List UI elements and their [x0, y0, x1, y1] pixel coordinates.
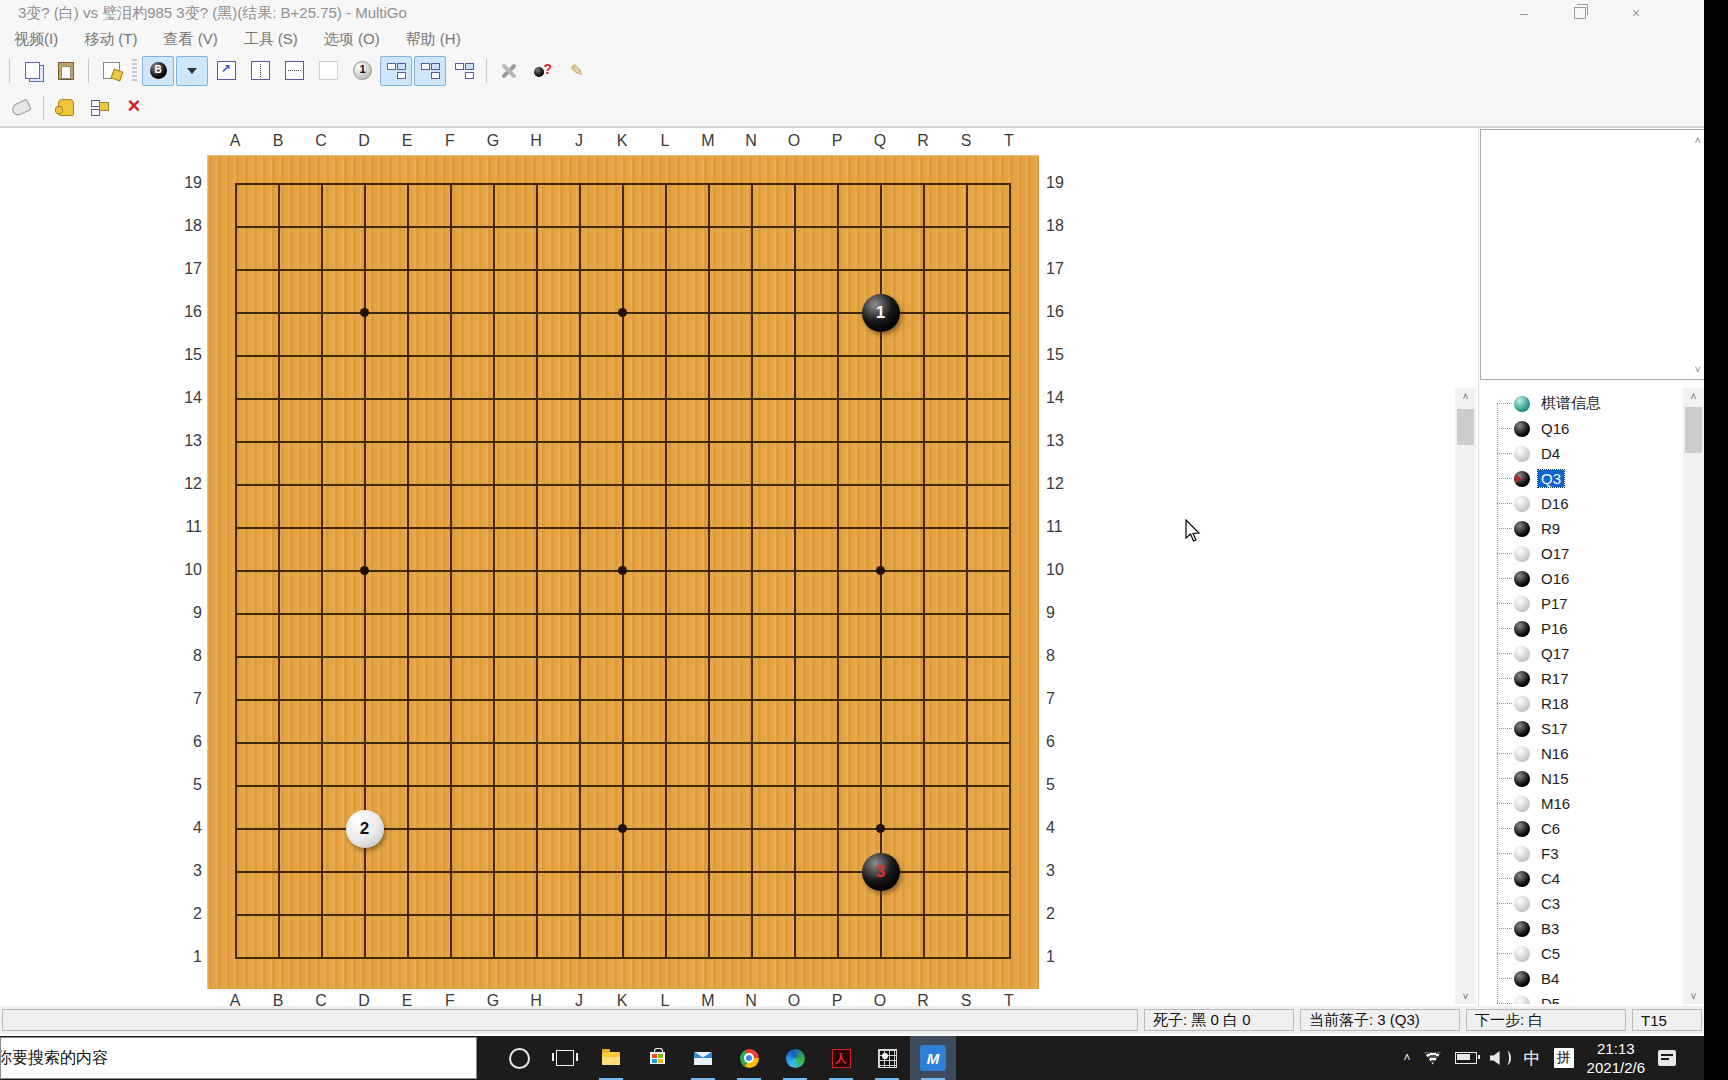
tree-scrollbar[interactable]: ˄ ˅ [1683, 388, 1704, 1004]
pane-divider [1478, 128, 1479, 1007]
row-label-left-11: 11 [168, 518, 202, 536]
tree-move-label: Q3 [1538, 470, 1564, 487]
tree-layout-1-icon [387, 63, 405, 79]
row-label-right-8: 8 [1046, 647, 1080, 665]
taskbar-edge-button[interactable] [772, 1036, 818, 1080]
move-tree-pane: 棋谱信息Q16D4Q3D16R9O17O16P17P16Q17R17R18S17… [1480, 389, 1680, 1004]
black-stone-icon [1514, 871, 1530, 887]
black-stone-icon [1514, 921, 1530, 937]
tree-move-row-16[interactable]: M16 [1480, 791, 1680, 816]
row-label-left-19: 19 [168, 174, 202, 192]
column-label-top-R: R [911, 132, 935, 150]
file-explorer-icon [602, 1052, 620, 1065]
tree-move-label: S17 [1538, 720, 1571, 737]
black-stone-icon [1514, 971, 1530, 987]
toolbar-separator [43, 96, 44, 120]
tree-move-label: C6 [1538, 820, 1563, 837]
tree-move-row-8[interactable]: P17 [1480, 591, 1680, 616]
column-label-top-S: S [954, 132, 978, 150]
toolbar-grip [132, 59, 137, 83]
toolbar-black-stone-mode-button[interactable] [142, 56, 174, 86]
go-board[interactable]: 123 [207, 155, 1039, 989]
menu-item-2[interactable]: 移动 (T) [84, 30, 137, 49]
goto-move-icon [217, 61, 236, 80]
move-number-icon [353, 61, 372, 80]
scroll-up-icon[interactable]: ˄ [1455, 388, 1476, 404]
tree-move-label: D4 [1538, 445, 1563, 462]
row-label-right-5: 5 [1046, 776, 1080, 794]
stone-white-D4[interactable]: 2 [346, 810, 384, 848]
paste-icon [58, 62, 74, 80]
white-stone-icon [1514, 496, 1530, 512]
black-stone-icon [1514, 621, 1530, 637]
tree-move-row-10[interactable]: Q17 [1480, 641, 1680, 666]
properties-icon [103, 62, 120, 79]
column-label-top-T: T [997, 132, 1021, 150]
row-label-left-5: 5 [168, 776, 202, 794]
star-point-K4 [618, 824, 627, 833]
stone-move-number: 2 [360, 819, 369, 839]
ime-pinyin-indicator[interactable]: 拼 [1554, 1048, 1574, 1068]
row-label-right-19: 19 [1046, 174, 1080, 192]
tree-move-label: C5 [1538, 945, 1563, 962]
column-label-top-L: L [653, 132, 677, 150]
star-point-Q4 [876, 824, 885, 833]
go-app-icon [878, 1049, 897, 1068]
toolbar-tree-layout-1-button[interactable] [380, 56, 412, 86]
minimize-button[interactable]: – [1496, 0, 1552, 26]
tree-move-row-5[interactable]: R9 [1480, 516, 1680, 541]
row-label-left-1: 1 [168, 948, 202, 966]
tree-move-row-22[interactable]: C5 [1480, 941, 1680, 966]
white-stone-icon [1514, 896, 1530, 912]
column-label-top-A: A [223, 132, 247, 150]
tree-move-row-7[interactable]: O16 [1480, 566, 1680, 591]
row-label-left-18: 18 [168, 217, 202, 235]
row-label-right-2: 2 [1046, 905, 1080, 923]
tree-move-label: C3 [1538, 895, 1563, 912]
black-stone-icon [1514, 721, 1530, 737]
column-label-top-D: D [352, 132, 376, 150]
star-point-K16 [618, 308, 627, 317]
tree-move-row-21[interactable]: B3 [1480, 916, 1680, 941]
taskbar-mail-button[interactable] [680, 1036, 726, 1080]
tree-move-label: M16 [1538, 795, 1573, 812]
tree-move-row-20[interactable]: C3 [1480, 891, 1680, 916]
empty-box-icon [319, 61, 338, 80]
clock-date: 2021/2/6 [1587, 1058, 1645, 1077]
star-point-Q10 [876, 566, 885, 575]
row-label-right-13: 13 [1046, 432, 1080, 450]
toolbar-tree-layout-3-button[interactable] [448, 56, 480, 86]
row-label-right-10: 10 [1046, 561, 1080, 579]
toolbar-copy-button[interactable] [16, 56, 48, 86]
star-point-D10 [360, 566, 369, 575]
black-stone-mode-icon [150, 62, 167, 79]
tree-layout-3-icon [455, 63, 473, 79]
current-move-mark [1515, 475, 1522, 484]
column-label-top-M: M [696, 132, 720, 150]
row-label-right-15: 15 [1046, 346, 1080, 364]
volume-icon[interactable] [1490, 1051, 1500, 1065]
row-label-right-18: 18 [1046, 217, 1080, 235]
toolbar-main [0, 52, 1708, 89]
tree-move-label: R9 [1538, 520, 1563, 537]
row-label-right-14: 14 [1046, 389, 1080, 407]
row-label-left-3: 3 [168, 862, 202, 880]
white-stone-icon [1514, 546, 1530, 562]
status-next-move: 下一步: 白 [1466, 1009, 1626, 1031]
tree-move-row-3[interactable]: Q3 [1480, 466, 1680, 491]
game-info-icon [1514, 396, 1530, 412]
split-vertical-icon [251, 61, 270, 80]
column-label-top-G: G [481, 132, 505, 150]
battery-icon[interactable] [1455, 1052, 1477, 1064]
comment-box[interactable]: ˄ ˅ [1480, 129, 1706, 380]
tree-move-row-19[interactable]: C4 [1480, 866, 1680, 891]
acrobat-icon: 人 [832, 1049, 851, 1068]
volume-wave-icon [1503, 1051, 1511, 1065]
tree-move-row-4[interactable]: D16 [1480, 491, 1680, 516]
toolbar-separator [88, 59, 89, 83]
white-stone-icon [1514, 746, 1530, 762]
guess-icon [534, 63, 552, 79]
tree-move-label: R18 [1538, 695, 1572, 712]
tree-move-row-11[interactable]: R17 [1480, 666, 1680, 691]
white-stone-icon [1514, 446, 1530, 462]
column-label-top-Q: Q [868, 132, 892, 150]
column-label-top-K: K [610, 132, 634, 150]
restore-button[interactable] [1552, 0, 1608, 26]
white-stone-icon [1514, 696, 1530, 712]
row-label-right-4: 4 [1046, 819, 1080, 837]
pen-icon [570, 61, 583, 80]
tree-move-label: D16 [1538, 495, 1572, 512]
star-point-D16 [360, 308, 369, 317]
black-stone-icon [1514, 821, 1530, 837]
stone-black-Q16[interactable]: 1 [862, 294, 900, 332]
row-label-left-13: 13 [168, 432, 202, 450]
menu-item-3[interactable]: 查看 (V) [164, 30, 218, 49]
eraser-icon [10, 98, 31, 116]
toolbar-separator [486, 59, 487, 83]
column-label-top-F: F [438, 132, 462, 150]
tree-move-label: Q17 [1538, 645, 1572, 662]
chrome-icon [740, 1049, 759, 1068]
status-hint [2, 1009, 1138, 1031]
tree-move-label: D5 [1538, 995, 1563, 1004]
hand-icon [58, 99, 74, 116]
row-label-right-6: 6 [1046, 733, 1080, 751]
row-label-right-3: 3 [1046, 862, 1080, 880]
toolbar-properties-button[interactable] [95, 56, 127, 86]
toolbar-empty-box-button[interactable] [312, 56, 344, 86]
comment-scroll-down-icon[interactable]: ˅ [1695, 363, 1701, 375]
column-label-top-P: P [825, 132, 849, 150]
comment-scroll-up-icon[interactable]: ˄ [1695, 134, 1701, 146]
scroll-down-icon[interactable]: ˅ [1683, 988, 1704, 1004]
row-label-left-12: 12 [168, 475, 202, 493]
clock-time: 21:13 [1587, 1039, 1645, 1058]
black-stone-icon [1514, 671, 1530, 687]
menu-item-4[interactable]: 工具 (S) [244, 30, 298, 49]
tree-move-label: R17 [1538, 670, 1572, 687]
toolbar-insert-node-button[interactable] [84, 93, 116, 123]
row-label-right-1: 1 [1046, 948, 1080, 966]
screen: 3变? (白) vs 璧泪杓985 3变? (黑)(结果: B+25.75) -… [0, 0, 1728, 1080]
taskbar-task-view-button[interactable] [542, 1036, 588, 1080]
black-stone-icon [1514, 571, 1530, 587]
taskbar-apps: 人M [496, 1036, 956, 1080]
tree-move-row-14[interactable]: N16 [1480, 741, 1680, 766]
white-stone-icon [1514, 796, 1530, 812]
menu-item-6[interactable]: 帮助 (H) [406, 30, 461, 49]
hidden-icons-icon[interactable]: ˄ [1404, 1051, 1411, 1065]
row-label-left-2: 2 [168, 905, 202, 923]
row-label-right-17: 17 [1046, 260, 1080, 278]
window-title: 3变? (白) vs 璧泪杓985 3变? (黑)(结果: B+25.75) -… [18, 4, 407, 23]
multigo-icon: M [920, 1045, 946, 1071]
row-label-left-14: 14 [168, 389, 202, 407]
tree-move-row-12[interactable]: R18 [1480, 691, 1680, 716]
row-label-left-15: 15 [168, 346, 202, 364]
taskbar-multigo-button[interactable]: M [910, 1036, 956, 1080]
board-pane-scrollbar[interactable]: ˄ ˅ [1455, 388, 1476, 1004]
black-stone-icon [1514, 421, 1530, 437]
toolbar-split-horizontal-button[interactable] [278, 56, 310, 86]
taskbar-microsoft-store-button[interactable] [634, 1036, 680, 1080]
row-label-left-6: 6 [168, 733, 202, 751]
minimize-icon: – [1520, 5, 1528, 21]
tree-move-label: F3 [1538, 845, 1562, 862]
tree-move-row-18[interactable]: F3 [1480, 841, 1680, 866]
ime-language-indicator[interactable]: 中 [1524, 1047, 1541, 1070]
column-label-top-B: B [266, 132, 290, 150]
toolbar-goto-move-button[interactable] [210, 56, 242, 86]
tree-move-label: N16 [1538, 745, 1572, 762]
row-label-left-4: 4 [168, 819, 202, 837]
tree-move-label: B4 [1538, 970, 1562, 987]
toolbar-mode-dropdown-button[interactable] [176, 56, 208, 86]
taskbar: 你要搜索的内容 人M ˄ 中 拼 21:13 2021/2/6 [0, 1036, 1704, 1080]
status-bar: 死子: 黑 0 白 0当前落子: 3 (Q3)下一步: 白T15 [0, 1006, 1704, 1034]
row-label-right-11: 11 [1046, 518, 1080, 536]
taskbar-go-app-button[interactable] [864, 1036, 910, 1080]
tree-root-label: 棋谱信息 [1538, 394, 1604, 413]
scrollbar-thumb[interactable] [1457, 409, 1474, 445]
star-point-K10 [618, 566, 627, 575]
tree-move-label: B3 [1538, 920, 1562, 937]
copy-icon [25, 62, 40, 79]
column-label-top-O: O [782, 132, 806, 150]
tree-move-label: N15 [1538, 770, 1572, 787]
row-label-left-16: 16 [168, 303, 202, 321]
column-label-top-J: J [567, 132, 591, 150]
search-placeholder: 你要搜索的内容 [0, 1048, 108, 1069]
white-stone-icon [1514, 946, 1530, 962]
row-label-right-9: 9 [1046, 604, 1080, 622]
toolbar-paste-button[interactable] [50, 56, 82, 86]
tree-move-label: O16 [1538, 570, 1572, 587]
white-stone-icon [1514, 646, 1530, 662]
screen-black-edge [1704, 0, 1728, 1080]
tree-move-row-23[interactable]: B4 [1480, 966, 1680, 991]
delete-icon [128, 99, 141, 117]
taskbar-file-explorer-button[interactable] [588, 1036, 634, 1080]
system-tray: ˄ 中 拼 21:13 2021/2/6 [1404, 1036, 1676, 1080]
wifi-icon[interactable] [1424, 1052, 1442, 1065]
title-bar: 3变? (白) vs 璧泪杓985 3变? (黑)(结果: B+25.75) -… [0, 0, 1704, 26]
tree-move-label: P16 [1538, 620, 1571, 637]
row-label-left-9: 9 [168, 604, 202, 622]
microsoft-store-icon [650, 1052, 665, 1064]
tree-move-row-13[interactable]: S17 [1480, 716, 1680, 741]
taskbar-acrobat-button[interactable]: 人 [818, 1036, 864, 1080]
toolbar-tree-layout-2-button[interactable] [414, 56, 446, 86]
close-icon: × [1632, 5, 1640, 21]
insert-node-icon [91, 100, 109, 116]
row-label-left-17: 17 [168, 260, 202, 278]
taskbar-search-box[interactable]: 你要搜索的内容 [0, 1037, 477, 1079]
row-label-left-7: 7 [168, 690, 202, 708]
edge-icon [786, 1049, 805, 1068]
toolbar-move-number-button[interactable] [346, 56, 378, 86]
column-label-top-C: C [309, 132, 333, 150]
menu-item-1[interactable]: 视频(I) [14, 30, 58, 49]
scroll-down-icon[interactable]: ˅ [1455, 988, 1476, 1004]
stone-grid: 123 [214, 162, 1031, 979]
white-stone-icon [1514, 596, 1530, 612]
window-controls: – × [1496, 0, 1664, 26]
mode-dropdown-icon [187, 68, 197, 74]
cortana-icon [509, 1048, 530, 1069]
tree-move-row-1[interactable]: Q16 [1480, 416, 1680, 441]
status-captures: 死子: 黑 0 白 0 [1144, 1009, 1294, 1031]
white-stone-icon [1514, 846, 1530, 862]
tree-move-label: O17 [1538, 545, 1572, 562]
toolbar-tools-button[interactable] [493, 56, 525, 86]
status-current-move: 当前落子: 3 (Q3) [1300, 1009, 1460, 1031]
row-label-left-8: 8 [168, 647, 202, 665]
toolbar-delete-button[interactable] [118, 93, 150, 123]
scroll-up-icon[interactable]: ˄ [1683, 388, 1704, 404]
stone-black-Q3[interactable]: 3 [862, 853, 900, 891]
toolbar-eraser-button[interactable] [5, 93, 37, 123]
tree-move-label: Q16 [1538, 420, 1572, 437]
clock[interactable]: 21:13 2021/2/6 [1587, 1039, 1645, 1077]
task-view-icon [556, 1050, 574, 1066]
tree-move-row-9[interactable]: P16 [1480, 616, 1680, 641]
taskbar-chrome-button[interactable] [726, 1036, 772, 1080]
stone-move-number: 1 [876, 303, 885, 323]
tree-move-row-17[interactable]: C6 [1480, 816, 1680, 841]
tree-move-row-6[interactable]: O17 [1480, 541, 1680, 566]
toolbar-edit [0, 89, 1708, 127]
tree-root-row[interactable]: 棋谱信息 [1480, 391, 1680, 416]
row-label-right-16: 16 [1046, 303, 1080, 321]
column-label-top-E: E [395, 132, 419, 150]
stone-move-number: 3 [876, 862, 885, 882]
black-stone-icon [1514, 471, 1530, 487]
toolbar-guess-button[interactable] [527, 56, 559, 86]
tree-move-row-24[interactable]: D5 [1480, 991, 1680, 1004]
action-center-icon[interactable] [1658, 1050, 1676, 1066]
toolbar-pen-button[interactable] [561, 56, 593, 86]
menu-bar: 视频(I)移动 (T)查看 (V)工具 (S)选项 (O)帮助 (H) [0, 26, 1718, 52]
tools-icon [500, 63, 518, 79]
restore-icon [1574, 7, 1586, 19]
status-hover-coord: T15 [1632, 1009, 1702, 1031]
close-button[interactable]: × [1608, 0, 1664, 26]
column-label-top-N: N [739, 132, 763, 150]
mail-icon [694, 1052, 712, 1065]
menu-item-5[interactable]: 选项 (O) [324, 30, 380, 49]
toolbar-separator [9, 59, 10, 83]
tree-move-label: C4 [1538, 870, 1563, 887]
white-stone-icon [1514, 996, 1530, 1005]
column-label-top-H: H [524, 132, 548, 150]
scrollbar-thumb[interactable] [1685, 407, 1702, 453]
tree-move-label: P17 [1538, 595, 1571, 612]
toolbar-hand-button[interactable] [50, 93, 82, 123]
toolbar-split-vertical-button[interactable] [244, 56, 276, 86]
mouse-cursor [1185, 519, 1201, 543]
client-area: 123 AABBCCDDEEFFGGHHJJKKLLMMNNOOPPQQRRSS… [0, 127, 1704, 1007]
black-stone-icon [1514, 771, 1530, 787]
tree-move-row-15[interactable]: N15 [1480, 766, 1680, 791]
row-label-right-12: 12 [1046, 475, 1080, 493]
row-label-left-10: 10 [168, 561, 202, 579]
tree-move-row-2[interactable]: D4 [1480, 441, 1680, 466]
tree-layout-2-icon [421, 63, 439, 79]
split-horizontal-icon [285, 61, 304, 80]
taskbar-cortana-button[interactable] [496, 1036, 542, 1080]
row-label-right-7: 7 [1046, 690, 1080, 708]
black-stone-icon [1514, 521, 1530, 537]
